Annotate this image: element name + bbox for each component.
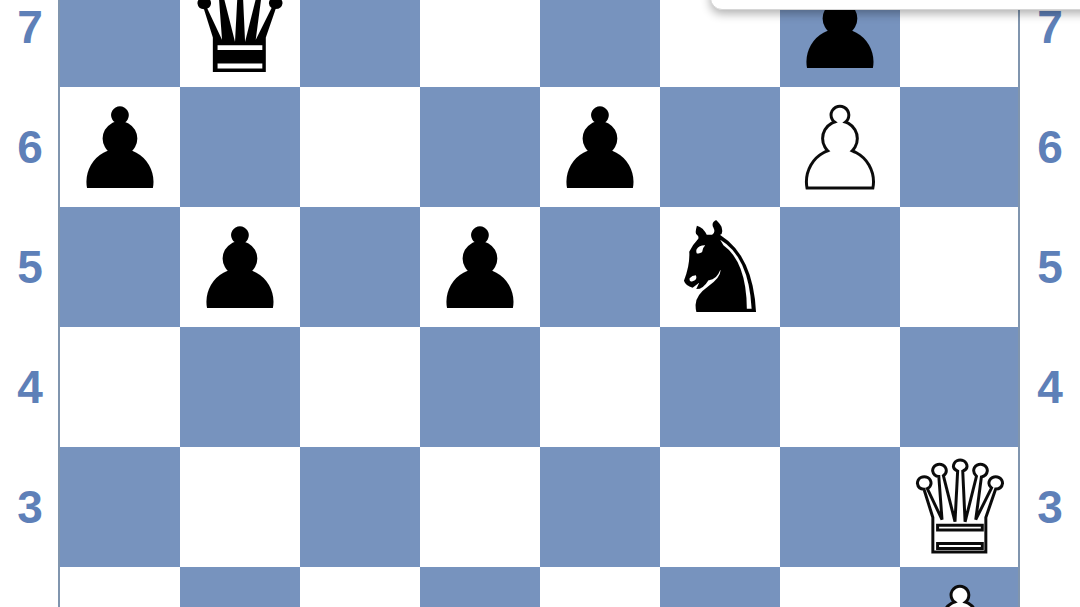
rank-label-left-4: 4 — [0, 364, 60, 410]
square-b5[interactable]: ♟ — [180, 207, 300, 327]
square-b3[interactable] — [180, 447, 300, 567]
square-f3[interactable] — [660, 447, 780, 567]
square-a6[interactable]: ♟ — [60, 87, 180, 207]
square-g2[interactable] — [780, 567, 900, 607]
rank-label-right-3: 3 — [1020, 484, 1080, 530]
rank-label-right-5: 5 — [1020, 244, 1080, 290]
square-e5[interactable] — [540, 207, 660, 327]
square-h3[interactable]: ♛ — [900, 447, 1020, 567]
square-h5[interactable] — [900, 207, 1020, 327]
square-c5[interactable] — [300, 207, 420, 327]
square-g7[interactable]: ♟ — [780, 0, 900, 87]
square-g4[interactable] — [780, 327, 900, 447]
square-b6[interactable] — [180, 87, 300, 207]
piece-black-queen-b7[interactable]: ♛ — [184, 0, 297, 92]
piece-white-pawn-h2[interactable]: ♟ — [910, 573, 1010, 607]
piece-black-pawn-a6[interactable]: ♟ — [70, 93, 170, 205]
rank-label-left-5: 5 — [0, 244, 60, 290]
square-a5[interactable] — [60, 207, 180, 327]
square-c4[interactable] — [300, 327, 420, 447]
piece-white-pawn-g6[interactable]: ♟ — [790, 93, 890, 205]
chess-app-viewport: ♛♟♟♟♟♟♟♞♛♟ 7766554433 — [0, 0, 1080, 607]
rank-label-right-4: 4 — [1020, 364, 1080, 410]
square-d3[interactable] — [420, 447, 540, 567]
square-g6[interactable]: ♟ — [780, 87, 900, 207]
popup-panel — [710, 0, 1080, 10]
square-a7[interactable] — [60, 0, 180, 87]
square-c6[interactable] — [300, 87, 420, 207]
square-a4[interactable] — [60, 327, 180, 447]
piece-black-pawn-g7[interactable]: ♟ — [790, 0, 890, 85]
square-e2[interactable] — [540, 567, 660, 607]
square-d2[interactable] — [420, 567, 540, 607]
square-g5[interactable] — [780, 207, 900, 327]
square-a2[interactable] — [60, 567, 180, 607]
square-d7[interactable] — [420, 0, 540, 87]
rank-label-right-7: 7 — [1020, 4, 1080, 50]
piece-black-pawn-b5[interactable]: ♟ — [190, 213, 290, 325]
square-b2[interactable] — [180, 567, 300, 607]
square-f4[interactable] — [660, 327, 780, 447]
square-e4[interactable] — [540, 327, 660, 447]
square-d4[interactable] — [420, 327, 540, 447]
chess-board: ♛♟♟♟♟♟♟♞♛♟ — [60, 0, 1020, 607]
square-d5[interactable]: ♟ — [420, 207, 540, 327]
square-h7[interactable] — [900, 0, 1020, 87]
piece-black-knight-f5[interactable]: ♞ — [664, 206, 777, 332]
square-a3[interactable] — [60, 447, 180, 567]
square-c2[interactable] — [300, 567, 420, 607]
square-e3[interactable] — [540, 447, 660, 567]
square-f2[interactable] — [660, 567, 780, 607]
square-d6[interactable] — [420, 87, 540, 207]
square-h2[interactable]: ♟ — [900, 567, 1020, 607]
piece-white-queen-h3[interactable]: ♛ — [904, 446, 1017, 572]
square-c7[interactable] — [300, 0, 420, 87]
square-b7[interactable]: ♛ — [180, 0, 300, 87]
square-h6[interactable] — [900, 87, 1020, 207]
rank-label-right-6: 6 — [1020, 124, 1080, 170]
square-h4[interactable] — [900, 327, 1020, 447]
piece-black-pawn-e6[interactable]: ♟ — [550, 93, 650, 205]
square-e7[interactable] — [540, 0, 660, 87]
rank-label-left-3: 3 — [0, 484, 60, 530]
rank-label-left-6: 6 — [0, 124, 60, 170]
rank-label-left-7: 7 — [0, 4, 60, 50]
square-f6[interactable] — [660, 87, 780, 207]
square-c3[interactable] — [300, 447, 420, 567]
square-g3[interactable] — [780, 447, 900, 567]
square-f5[interactable]: ♞ — [660, 207, 780, 327]
square-e6[interactable]: ♟ — [540, 87, 660, 207]
square-f7[interactable] — [660, 0, 780, 87]
piece-black-pawn-d5[interactable]: ♟ — [430, 213, 530, 325]
square-b4[interactable] — [180, 327, 300, 447]
